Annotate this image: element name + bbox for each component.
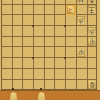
hoshi-dot bbox=[64, 57, 66, 59]
shogi-board[interactable] bbox=[1, 0, 98, 90]
piece-kanji: 香 bbox=[89, 82, 95, 89]
piece-kanji: と bbox=[67, 7, 73, 14]
piece-kanji: 香 bbox=[89, 0, 95, 2]
shogi-app-screenshot: 桂香王と歩歩歩歩香 bbox=[0, 0, 100, 100]
piece-kanji: 歩 bbox=[78, 50, 84, 57]
piece-kanji: 歩 bbox=[78, 16, 84, 23]
hand-piece-tip-mark bbox=[12, 88, 15, 90]
hoshi-dot bbox=[32, 57, 34, 59]
piece-kanji: 歩 bbox=[89, 39, 95, 46]
piece-kanji: 歩 bbox=[89, 27, 95, 34]
hoshi-dot bbox=[64, 25, 66, 27]
piece-kanji: 桂 bbox=[78, 0, 84, 2]
hand-piece-tip-mark bbox=[40, 88, 43, 90]
piece-kanji: 王 bbox=[89, 6, 95, 13]
hoshi-dot bbox=[32, 25, 34, 27]
